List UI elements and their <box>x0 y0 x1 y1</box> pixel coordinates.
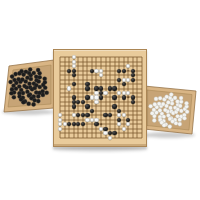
tray-stone <box>161 102 165 106</box>
board-cell[interactable] <box>130 77 135 81</box>
black-stone <box>85 86 89 90</box>
tray-stone <box>168 106 172 110</box>
tray-stone <box>166 100 170 104</box>
board-cell[interactable] <box>85 104 90 108</box>
board-cell[interactable] <box>121 95 126 99</box>
board-cell[interactable] <box>85 118 90 122</box>
tray-stone <box>21 100 25 104</box>
black-stone <box>85 95 89 99</box>
tray-stone <box>165 95 169 99</box>
tray-stone <box>184 101 188 105</box>
hoshi-point <box>127 97 129 99</box>
board-cell[interactable] <box>112 95 117 99</box>
board-cell[interactable] <box>99 95 104 99</box>
tray-stone <box>182 116 186 120</box>
tray-stone <box>33 98 37 102</box>
tray-stone <box>17 77 21 81</box>
tray-stone <box>24 70 28 74</box>
tray-stone <box>179 96 183 100</box>
tray-stone <box>43 77 47 81</box>
black-stone <box>72 104 76 108</box>
board-cell[interactable] <box>72 104 77 108</box>
black-stone <box>131 78 135 82</box>
black-stone <box>112 104 116 108</box>
black-stone <box>99 86 103 90</box>
board-cell[interactable] <box>121 68 126 72</box>
tray-stone <box>36 99 40 103</box>
black-stone <box>122 82 126 86</box>
white-stone <box>94 69 98 73</box>
tray-stone <box>174 121 178 125</box>
board-shadow <box>52 147 148 152</box>
tray-stone <box>178 104 182 108</box>
black-stone <box>72 95 76 99</box>
tray-stone <box>173 96 177 100</box>
white-stone <box>94 95 98 99</box>
tray-stone <box>175 99 179 103</box>
board-cell[interactable] <box>85 86 90 90</box>
white-stone <box>94 100 98 104</box>
board-cell[interactable] <box>139 136 144 140</box>
black-stone <box>112 95 116 99</box>
tray-stone <box>22 84 26 88</box>
board-cell[interactable] <box>121 127 126 131</box>
tray-stone <box>178 122 182 126</box>
tray-stone <box>158 96 162 100</box>
black-stone <box>72 82 76 86</box>
go-grid <box>58 55 144 140</box>
board-cell[interactable] <box>94 100 99 104</box>
tray-stone <box>45 91 49 95</box>
tray-stone <box>27 102 31 106</box>
white-stone <box>85 118 89 122</box>
tray-stone <box>157 102 161 106</box>
board-cell[interactable] <box>130 100 135 104</box>
right-tray <box>144 86 196 134</box>
product-photo <box>0 0 200 200</box>
tray-stone <box>178 118 182 122</box>
black-stone <box>90 109 94 113</box>
black-stone <box>122 95 126 99</box>
white-stone <box>103 131 107 135</box>
tray-stone <box>162 123 166 127</box>
black-stone <box>112 86 116 90</box>
tray-stone <box>149 104 153 108</box>
tray-stone <box>150 111 154 115</box>
tray-stone <box>14 72 18 76</box>
white-stone <box>108 136 112 140</box>
tray-stone <box>36 68 40 72</box>
tray-stone <box>36 94 40 98</box>
board-cell[interactable] <box>103 91 108 95</box>
tray-stone <box>9 80 13 84</box>
tray-stone <box>9 91 13 95</box>
board-cell[interactable] <box>112 86 117 90</box>
black-stone <box>131 100 135 104</box>
tray-stone <box>185 110 189 114</box>
tray-stone <box>154 97 158 101</box>
tray-stone <box>32 71 36 75</box>
tray-stone <box>20 78 24 82</box>
white-stone <box>103 91 107 95</box>
tray-stone <box>43 86 47 90</box>
hoshi-point <box>127 70 129 72</box>
tray-stone <box>162 115 166 119</box>
tray-stone <box>10 87 14 91</box>
tray-stone <box>28 67 32 71</box>
black-stone <box>131 95 135 99</box>
tray-stone <box>27 82 31 86</box>
go-board <box>53 49 147 147</box>
board-cell[interactable] <box>85 95 90 99</box>
tray-stone <box>12 95 16 99</box>
black-stone <box>94 86 98 90</box>
black-stone <box>81 100 85 104</box>
black-stone <box>85 104 89 108</box>
white-stone <box>122 127 126 131</box>
black-stone <box>99 95 103 99</box>
board-cell[interactable] <box>112 104 117 108</box>
tray-stone <box>152 118 156 122</box>
tray-stone <box>169 93 173 97</box>
black-stone <box>117 69 121 73</box>
tray-stone <box>41 93 45 97</box>
tray-stone <box>38 75 42 79</box>
left-tray <box>4 60 54 112</box>
tray-stone <box>20 69 24 73</box>
tray-stone <box>10 75 14 79</box>
hoshi-point <box>100 124 102 126</box>
tray-stone <box>37 79 41 83</box>
white-stone <box>126 78 130 82</box>
black-stone <box>122 69 126 73</box>
tray-stone <box>41 89 45 93</box>
tray-stone <box>32 102 36 106</box>
black-stone <box>131 73 135 77</box>
tray-stone <box>153 102 157 106</box>
tray-stone <box>168 125 172 129</box>
tray-stone <box>163 108 167 112</box>
tray-stone <box>179 100 183 104</box>
black-stone <box>117 78 121 82</box>
